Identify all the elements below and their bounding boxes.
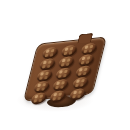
stud-highlight	[88, 49, 92, 52]
stud-highlight	[72, 95, 76, 98]
stud-highlight	[47, 64, 51, 67]
stud-highlight	[64, 70, 68, 73]
stud-highlight	[44, 76, 48, 79]
mold-cavity	[58, 56, 76, 69]
stud-highlight	[62, 81, 66, 84]
stud-highlight	[41, 87, 45, 90]
stud-highlight	[59, 92, 63, 95]
stud-highlight	[83, 72, 87, 75]
stud-highlight	[46, 49, 50, 52]
stud-highlight	[87, 56, 91, 59]
stud-highlight	[76, 80, 80, 83]
stud-highlight	[40, 72, 44, 75]
stud-highlight	[75, 84, 79, 87]
stud-highlight	[73, 91, 77, 94]
mold-cavity	[61, 44, 79, 57]
stud-highlight	[69, 51, 73, 54]
stud-highlight	[37, 84, 41, 87]
stud-highlight	[34, 99, 38, 102]
stud-highlight	[79, 68, 83, 71]
mold-cavity	[55, 67, 73, 80]
stud-highlight	[78, 72, 82, 75]
stud-highlight	[84, 68, 88, 71]
stud-highlight	[70, 47, 74, 50]
stud-highlight	[81, 61, 85, 64]
mold-tab	[77, 33, 93, 44]
product-photo	[0, 0, 130, 130]
stud-highlight	[82, 57, 86, 60]
stud-highlight	[58, 74, 62, 77]
mold-cavity	[52, 79, 70, 92]
stud-highlight	[39, 99, 43, 102]
stud-highlight	[53, 97, 57, 100]
stud-highlight	[80, 83, 84, 86]
stud-highlight	[89, 45, 93, 48]
chocolate-mold	[23, 36, 107, 101]
stud-highlight	[81, 79, 85, 82]
stud-highlight	[45, 54, 49, 57]
stud-highlight	[58, 97, 62, 100]
stud-highlight	[62, 59, 66, 62]
stud-highlight	[57, 82, 61, 85]
stud-highlight	[39, 76, 43, 79]
stud-highlight	[67, 58, 71, 61]
stud-highlight	[63, 74, 67, 77]
stud-highlight	[61, 85, 65, 88]
stud-highlight	[85, 60, 89, 63]
stud-highlight	[65, 47, 69, 50]
stud-highlight	[48, 60, 52, 63]
stud-highlight	[51, 49, 55, 52]
stud-highlight	[50, 53, 54, 56]
stud-highlight	[83, 50, 87, 53]
stud-highlight	[84, 45, 88, 48]
cavity-grid	[30, 42, 100, 96]
stud-highlight	[42, 83, 46, 86]
stud-highlight	[64, 52, 68, 55]
stud-highlight	[42, 65, 46, 68]
stud-highlight	[40, 94, 44, 97]
stud-highlight	[59, 70, 63, 73]
stud-highlight	[56, 86, 60, 89]
stud-highlight	[78, 90, 82, 93]
stud-highlight	[66, 62, 70, 65]
stud-highlight	[35, 95, 39, 98]
stud-highlight	[36, 88, 40, 91]
stud-highlight	[43, 61, 47, 64]
stud-highlight	[45, 72, 49, 75]
stud-highlight	[77, 94, 81, 97]
stud-highlight	[54, 93, 58, 96]
stud-highlight	[61, 63, 65, 66]
